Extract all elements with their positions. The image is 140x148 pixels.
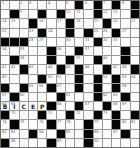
cell-r11c6[interactable] [47,93,55,101]
cell-r8c2[interactable]: 42 [10,65,18,73]
cell-r3c10[interactable] [84,19,92,27]
black-cell [47,120,55,128]
cell-r3c3[interactable] [20,19,28,27]
black-cell [94,111,102,119]
cell-r7c7[interactable] [57,56,65,64]
cell-r4c9[interactable] [75,29,83,37]
black-cell [1,139,9,147]
cell-r13c7[interactable] [57,111,65,119]
cell-r6c11[interactable] [94,47,102,55]
cell-r7c3[interactable]: 38 [20,56,28,64]
cell-r5c6[interactable] [47,38,55,46]
cell-r2c6[interactable] [47,10,55,18]
black-cell [38,111,46,119]
cell-r3c1[interactable]: 14 [1,19,9,27]
cell-r5c4[interactable]: 28 [29,38,37,46]
cell-r11c10[interactable] [84,93,92,101]
cell-r9c8[interactable] [66,75,74,83]
black-cell [38,10,46,18]
black-cell [66,29,74,37]
clue-number: 40 [103,56,107,59]
clue-number: 27 [122,29,126,32]
cell-r12c5[interactable]: P [38,102,46,110]
clue-number: 6 [85,1,87,4]
cell-r2c1[interactable] [1,10,9,18]
cell-r8c14[interactable]: 48 [121,65,129,73]
cell-r6c15[interactable] [131,47,139,55]
cell-r7c5[interactable] [38,56,46,64]
cell-r4c3[interactable] [20,29,28,37]
black-cell [103,19,111,27]
cell-r10c2[interactable] [10,84,18,92]
cell-r11c5[interactable] [38,93,46,101]
cell-r15c12[interactable] [103,130,111,138]
clue-number: 2 [20,1,22,4]
cell-r16c7[interactable]: 89 [57,139,65,147]
clue-number: 10 [66,10,70,13]
clue-number: 80 [122,120,126,123]
clue-number: 17 [57,19,61,22]
cell-r3c13[interactable]: 20 [112,19,120,27]
cell-r4c1[interactable]: 22 [1,29,9,37]
clue-number: 67 [85,102,89,105]
cell-r3c15[interactable]: 21 [131,19,139,27]
black-cell [10,120,18,128]
cell-r3c6[interactable] [47,19,55,27]
clue-number: 34 [2,47,6,50]
cell-r11c15[interactable] [131,93,139,101]
clue-number: 78 [66,120,70,123]
cell-r14c5[interactable]: 76 [38,120,46,128]
clue-number: 74 [2,120,6,123]
cell-r12c1[interactable]: 64B [1,102,9,110]
cell-r1c8[interactable]: 5 [66,1,74,9]
black-cell [10,56,18,64]
clue-number: 72 [76,111,80,114]
black-cell [75,1,83,9]
cell-r14c1[interactable]: 74 [1,120,9,128]
cell-r16c12[interactable] [103,139,111,147]
cell-r15c8[interactable]: 85 [66,130,74,138]
black-cell [103,102,111,110]
cell-r14c9[interactable] [75,120,83,128]
clue-number: 30 [66,38,70,41]
clue-number: 81 [131,120,135,123]
black-cell [112,120,120,128]
cell-r6c4[interactable] [29,47,37,55]
black-cell [94,84,102,92]
clue-number: 12 [103,10,107,13]
cell-r4c2[interactable] [10,29,18,37]
black-cell [112,29,120,37]
black-cell [38,29,46,37]
clue-number: 56 [39,84,43,87]
cell-r6c5[interactable] [38,47,46,55]
clue-number: 45 [66,65,70,68]
cell-r4c4[interactable]: 23 [29,29,37,37]
black-cell [10,93,18,101]
black-cell [84,120,92,128]
black-cell [38,75,46,83]
clue-number: 59 [2,93,6,96]
black-cell [20,65,28,73]
cell-r4c15[interactable] [131,29,139,37]
cell-r6c2[interactable] [10,47,18,55]
cell-r9c3[interactable] [20,75,28,83]
black-cell [29,19,37,27]
cell-r14c4[interactable] [29,120,37,128]
cell-r4c12[interactable]: 26 [103,29,111,37]
black-cell [103,65,111,73]
black-cell [47,139,55,147]
crossword-board: 1234567891011121314151617181920212223242… [0,0,140,148]
black-cell [10,10,18,18]
cell-r10c10[interactable] [84,84,92,92]
cell-r12c3[interactable]: C [20,102,28,110]
black-cell [75,47,83,55]
cell-r5c8[interactable]: 30 [66,38,74,46]
clue-number: 13 [113,10,117,13]
cell-r11c12[interactable]: 62 [103,93,111,101]
clue-number: 58 [122,84,126,87]
clue-number: 24 [48,29,52,32]
cell-r15c5[interactable]: 84 [38,130,46,138]
clue-number: 84 [39,130,43,133]
cell-r10c8[interactable] [66,84,74,92]
cell-r11c8[interactable]: 61 [66,93,74,101]
clue-number: 69 [122,102,126,105]
black-cell [75,84,83,92]
black-cell [94,38,102,46]
black-cell [57,93,65,101]
cell-r3c5[interactable]: 16 [38,19,46,27]
cell-r11c1[interactable]: 59 [1,93,9,101]
clue-number: 41 [2,65,6,68]
clue-number: 9 [20,10,22,13]
black-cell [131,1,139,9]
black-cell [66,19,74,27]
cell-r8c11[interactable] [94,65,102,73]
cell-r1c1[interactable]: 1 [1,1,9,9]
black-cell [94,10,102,18]
black-cell [10,38,18,46]
clue-number: 89 [57,139,61,142]
cell-r15c15[interactable] [131,130,139,138]
clue-number: 16 [39,19,43,22]
black-cell [112,111,120,119]
cell-r2c8[interactable]: 10 [66,10,74,18]
cell-r9c1[interactable]: 49 [1,75,9,83]
cell-r16c4[interactable] [29,139,37,147]
black-cell [84,29,92,37]
cell-r15c13[interactable]: 87 [112,130,120,138]
cell-r10c7[interactable]: 57 [57,84,65,92]
cell-r7c10[interactable] [84,56,92,64]
clue-number: 62 [103,93,107,96]
cell-r16c8[interactable] [66,139,74,147]
cell-r12c14[interactable]: 69 [121,102,129,110]
black-cell [1,111,9,119]
cell-r2c3[interactable]: 9 [20,10,28,18]
cell-r8c6[interactable]: 44 [47,65,55,73]
black-cell [94,75,102,83]
clue-number: 54 [131,75,135,78]
cell-r12c11[interactable] [94,102,102,110]
cell-r13c4[interactable] [29,111,37,119]
cell-r1c14[interactable]: 8 [121,1,129,9]
cell-r13c10[interactable] [84,111,92,119]
cell-r15c9[interactable] [75,130,83,138]
cell-r9c2[interactable] [10,75,18,83]
cell-r7c12[interactable]: 40 [103,56,111,64]
black-cell [1,38,9,46]
cell-r11c9[interactable] [75,93,83,101]
clue-number: 35 [20,47,24,50]
cell-r5c15[interactable] [131,38,139,46]
cell-r3c11[interactable]: 19 [94,19,102,27]
black-cell [20,84,28,92]
black-cell [66,56,74,64]
black-cell [121,130,129,138]
cell-r1c7[interactable] [57,1,65,9]
black-cell [112,75,120,83]
cell-r8c10[interactable]: 46 [84,65,92,73]
cell-r3c2[interactable]: 15 [10,19,18,27]
black-cell [94,93,102,101]
filled-letter: I [10,102,18,110]
cell-r7c15[interactable] [131,56,139,64]
clue-number: 44 [48,65,52,68]
cell-r6c12[interactable] [103,47,111,55]
cell-r9c14[interactable]: 53 [121,75,129,83]
cell-r10c5[interactable]: 56 [38,84,46,92]
clue-number: 31 [85,38,89,41]
clue-number: 88 [11,139,15,142]
clue-number: 70 [11,111,15,114]
clue-number: 37 [85,47,89,50]
cell-r15c1[interactable]: 82 [1,130,9,138]
cell-r16c9[interactable] [75,139,83,147]
cell-r9c7[interactable]: 51 [57,75,65,83]
cell-r7c4[interactable] [29,56,37,64]
cell-r8c8[interactable]: 45 [66,65,74,73]
black-cell [75,65,83,73]
clue-number: 75 [20,120,24,123]
cell-r1c2[interactable] [10,1,18,9]
cell-r15c3[interactable] [20,130,28,138]
cell-r6c8[interactable] [66,47,74,55]
black-cell [75,102,83,110]
cell-r13c14[interactable] [121,111,129,119]
cell-r4c11[interactable]: 25 [94,29,102,37]
black-cell [84,139,92,147]
cell-r10c12[interactable] [103,84,111,92]
cell-r2c12[interactable]: 12 [103,10,111,18]
cell-r3c7[interactable]: 17 [57,19,65,27]
cell-r12c8[interactable] [66,102,74,110]
cell-r9c12[interactable]: 52 [103,75,111,83]
cell-r16c13[interactable] [112,139,120,147]
cell-r6c3[interactable]: 35 [20,47,28,55]
cell-r13c6[interactable]: 71 [47,111,55,119]
cell-r10c14[interactable]: 58 [121,84,129,92]
cell-r5c10[interactable]: 31 [84,38,92,46]
cell-r13c3[interactable] [20,111,28,119]
clue-number: 23 [29,29,33,32]
clue-number: 73 [103,111,107,114]
cell-r7c1[interactable] [1,56,9,64]
black-cell [29,130,37,138]
black-cell [94,1,102,9]
clue-number: 20 [113,19,117,22]
black-cell [121,93,129,101]
cell-r12c15[interactable] [131,102,139,110]
cell-r10c15[interactable] [131,84,139,92]
clue-number: 4 [48,1,50,4]
clue-number: 50 [48,75,52,78]
cell-r5c12[interactable]: 32 [103,38,111,46]
cell-r14c14[interactable]: 80 [121,120,129,128]
cell-r14c8[interactable]: 78 [66,120,74,128]
cell-r12c10[interactable]: 67 [84,102,92,110]
clue-number: 18 [76,19,80,22]
clue-number: 36 [57,47,61,50]
cell-r16c2[interactable]: 88 [10,139,18,147]
black-cell [57,65,65,73]
cell-r4c7[interactable] [57,29,65,37]
black-cell [57,10,65,18]
cell-r13c9[interactable]: 72 [75,111,83,119]
cell-r12c4[interactable]: E [29,102,37,110]
clue-number: 29 [39,38,43,41]
clue-number: 21 [131,19,135,22]
cell-r13c12[interactable]: 73 [103,111,111,119]
cell-r15c11[interactable]: 86 [94,130,102,138]
cell-r9c6[interactable]: 50 [47,75,55,83]
cell-r6c10[interactable]: 37 [84,47,92,55]
cell-r14c11[interactable]: 79 [94,120,102,128]
cell-r9c10[interactable] [84,75,92,83]
cell-r16c3[interactable] [20,139,28,147]
cell-r5c14[interactable] [121,38,129,46]
cell-r15c6[interactable] [47,130,55,138]
clue-number: 76 [39,120,43,123]
clue-number: 77 [57,120,61,123]
cell-r8c13[interactable]: 47 [112,65,120,73]
black-cell [57,130,65,138]
cell-r7c9[interactable]: 39 [75,56,83,64]
cell-r14c15[interactable]: 81 [131,120,139,128]
black-cell [121,56,129,64]
clue-number: 5 [66,1,68,4]
cell-r16c15[interactable] [131,139,139,147]
black-cell [121,47,129,55]
cell-r13c2[interactable]: 70 [10,111,18,119]
clue-number: 87 [113,130,117,133]
cell-r5c13[interactable]: 33 [112,38,120,46]
cell-r3c14[interactable] [121,19,129,27]
cell-r8c5[interactable] [38,65,46,73]
clue-number: 15 [11,19,15,22]
clue-number: 39 [76,56,80,59]
cell-r12c13[interactable]: 68 [112,102,120,110]
cell-r14c7[interactable]: 77 [57,120,65,128]
cell-r1c10[interactable]: 6 [84,1,92,9]
cell-r2c4[interactable] [29,10,37,18]
cell-r7c13[interactable] [112,56,120,64]
clue-number: 8 [122,1,124,4]
black-cell [47,102,55,110]
filled-letter: P [38,102,46,110]
cell-r2c10[interactable] [84,10,92,18]
cell-r9c4[interactable] [29,75,37,83]
clue-number: 86 [94,130,98,133]
cell-r16c11[interactable]: 90 [94,139,102,147]
black-cell [47,47,55,55]
cell-r8c4[interactable]: 43 [29,65,37,73]
cell-r5c5[interactable]: 29 [38,38,46,46]
black-cell [84,130,92,138]
clue-number: 14 [2,19,6,22]
clue-number: 79 [94,120,98,123]
clue-number: 19 [94,19,98,22]
clue-number: 22 [2,29,6,32]
cell-r12c2[interactable]: 65I [10,102,18,110]
cell-r2c14[interactable] [121,10,129,18]
clue-number: 11 [76,10,80,13]
cell-r10c4[interactable]: 55 [29,84,37,92]
cell-r1c4[interactable]: 3 [29,1,37,9]
cell-r11c3[interactable]: 60 [20,93,28,101]
cell-r11c4[interactable] [29,93,37,101]
black-cell [131,10,139,18]
cell-r3c9[interactable]: 18 [75,19,83,27]
cell-r8c1[interactable]: 41 [1,65,9,73]
cell-r6c7[interactable]: 36 [57,47,65,55]
black-cell [47,56,55,64]
cell-r2c13[interactable]: 13 [112,10,120,18]
cell-r4c14[interactable]: 27 [121,29,129,37]
cell-r16c5[interactable] [38,139,46,147]
clue-number: 83 [11,130,15,133]
black-cell [47,84,55,92]
cell-r14c12[interactable] [103,120,111,128]
cell-r11c13[interactable]: 63 [112,93,120,101]
black-cell [75,75,83,83]
cell-r5c7[interactable] [57,38,65,46]
cell-r1c12[interactable]: 7 [103,1,111,9]
cell-r16c14[interactable] [121,139,129,147]
clue-number: 49 [2,75,6,78]
clue-number: 25 [94,29,98,32]
clue-number: 48 [122,65,126,68]
cell-r1c6[interactable]: 4 [47,1,55,9]
cell-r15c2[interactable]: 83 [10,130,18,138]
cell-r5c9[interactable] [75,38,83,46]
cell-r4c6[interactable]: 24 [47,29,55,37]
cell-r2c9[interactable]: 11 [75,10,83,18]
cell-r1c5[interactable] [38,1,46,9]
cell-r1c3[interactable]: 2 [20,1,28,9]
clue-number: 85 [66,130,70,133]
cell-r12c7[interactable]: 66 [57,102,65,110]
black-cell [131,111,139,119]
cell-r6c13[interactable] [112,47,120,55]
cell-r14c3[interactable]: 75 [20,120,28,128]
black-cell [20,38,28,46]
cell-r9c15[interactable]: 54 [131,75,139,83]
cell-r6c1[interactable]: 34 [1,47,9,55]
